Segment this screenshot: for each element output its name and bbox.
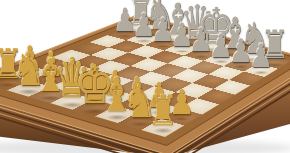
piece-white-rook-h1[interactable]: ♜ <box>148 89 179 131</box>
piece-black-pawn-h7[interactable]: ♟ <box>249 40 273 73</box>
chess-set-photo: ♜♞♟♝♟♛♟♚♟♝♟♞♟♜♟♟♟♟♜♟♞♟♝♟♛♟♚♟♝♟♞♜ <box>0 0 290 153</box>
